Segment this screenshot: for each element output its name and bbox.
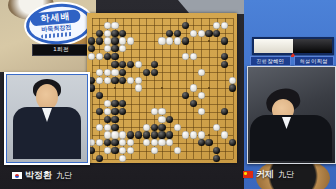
star-point	[208, 134, 210, 136]
tournament-logo: 하세배 바둑최강전	[24, 1, 93, 47]
white-stone[interactable]	[182, 53, 189, 60]
white-stone[interactable]	[166, 139, 173, 146]
right-player-name-caption: 커제 九단	[243, 168, 294, 181]
white-stone[interactable]	[213, 22, 220, 29]
white-stone[interactable]	[213, 124, 220, 131]
white-stone[interactable]	[104, 131, 111, 138]
black-stone[interactable]	[158, 124, 165, 131]
white-stone[interactable]	[127, 139, 134, 146]
black-stone[interactable]	[213, 155, 220, 162]
white-stone[interactable]	[198, 108, 205, 115]
black-stone[interactable]	[151, 124, 158, 131]
left-player-rank: 九단	[56, 170, 72, 181]
black-stone[interactable]	[166, 131, 173, 138]
black-stone[interactable]	[166, 30, 173, 37]
commentator-role-label: 해설	[300, 58, 310, 64]
black-stone[interactable]	[119, 100, 126, 107]
black-stone[interactable]	[104, 116, 111, 123]
black-stone[interactable]	[143, 69, 150, 76]
table-edge	[178, 0, 244, 14]
black-stone[interactable]	[143, 131, 150, 138]
white-stone[interactable]	[104, 77, 111, 84]
white-stone[interactable]	[135, 61, 142, 68]
black-stone[interactable]	[127, 131, 134, 138]
black-stone[interactable]	[119, 77, 126, 84]
star-point	[161, 87, 163, 89]
black-stone[interactable]	[221, 37, 228, 44]
white-stone[interactable]	[111, 69, 118, 76]
white-stone[interactable]	[198, 30, 205, 37]
black-stone[interactable]	[96, 37, 103, 44]
white-stone[interactable]	[174, 37, 181, 44]
black-stone[interactable]	[158, 131, 165, 138]
black-stone[interactable]	[119, 61, 126, 68]
black-stone[interactable]	[111, 124, 118, 131]
black-stone[interactable]	[166, 116, 173, 123]
white-stone[interactable]	[96, 69, 103, 76]
white-stone[interactable]	[104, 30, 111, 37]
black-stone[interactable]	[151, 69, 158, 76]
black-stone[interactable]	[111, 30, 118, 37]
white-stone[interactable]	[104, 108, 111, 115]
go-board[interactable]	[87, 13, 237, 163]
black-stone[interactable]	[151, 61, 158, 68]
broadcast-screen: 하세배 바둑최강전 1회전 진행장혜연 해설이희성	[0, 0, 336, 189]
black-stone[interactable]	[104, 53, 111, 60]
black-stone[interactable]	[111, 100, 118, 107]
white-stone[interactable]	[198, 131, 205, 138]
grid-line-h	[92, 96, 233, 97]
white-stone[interactable]	[104, 100, 111, 107]
black-stone[interactable]	[111, 45, 118, 52]
left-player-name: 박정환	[25, 169, 52, 182]
black-stone[interactable]	[205, 30, 212, 37]
black-stone[interactable]	[182, 22, 189, 29]
host-name: 장혜연	[268, 58, 285, 64]
white-stone[interactable]	[127, 37, 134, 44]
white-stone[interactable]	[135, 77, 142, 84]
black-stone[interactable]	[111, 77, 118, 84]
white-stone[interactable]	[104, 37, 111, 44]
white-stone[interactable]	[174, 124, 181, 131]
black-stone[interactable]	[182, 92, 189, 99]
star-point	[208, 87, 210, 89]
white-stone[interactable]	[111, 131, 118, 138]
black-stone[interactable]	[96, 108, 103, 115]
black-stone[interactable]	[111, 147, 118, 154]
white-stone[interactable]	[111, 22, 118, 29]
black-stone[interactable]	[198, 139, 205, 146]
white-stone[interactable]	[96, 124, 103, 131]
staff-captions: 진행장혜연 해설이희성	[250, 56, 334, 66]
black-stone[interactable]	[127, 61, 134, 68]
black-stone[interactable]	[96, 92, 103, 99]
black-stone[interactable]	[190, 100, 197, 107]
white-stone[interactable]	[158, 108, 165, 115]
white-stone[interactable]	[158, 37, 165, 44]
black-white-indicator-bar	[252, 37, 334, 55]
white-stone[interactable]	[198, 69, 205, 76]
black-stone[interactable]	[88, 45, 95, 52]
white-side-bar	[254, 39, 293, 53]
black-stone[interactable]	[182, 37, 189, 44]
right-player-name: 커제	[256, 168, 274, 181]
black-side-bar	[293, 39, 332, 53]
black-stone[interactable]	[96, 30, 103, 37]
black-stone[interactable]	[111, 116, 118, 123]
right-player-suit	[250, 115, 332, 161]
white-stone[interactable]	[96, 139, 103, 146]
white-stone[interactable]	[119, 45, 126, 52]
white-stone[interactable]	[158, 139, 165, 146]
white-stone[interactable]	[135, 84, 142, 91]
black-stone[interactable]	[104, 139, 111, 146]
commentator-name: 이희성	[311, 58, 328, 64]
black-stone[interactable]	[213, 30, 220, 37]
host-caption: 진행장혜연	[250, 56, 291, 66]
right-player-portrait	[248, 67, 335, 163]
black-stone[interactable]	[119, 69, 126, 76]
grid-line-h	[92, 159, 233, 160]
black-stone[interactable]	[151, 131, 158, 138]
white-stone[interactable]	[96, 53, 103, 60]
black-stone[interactable]	[205, 139, 212, 146]
white-stone[interactable]	[143, 139, 150, 146]
black-stone[interactable]	[111, 37, 118, 44]
white-stone[interactable]	[198, 92, 205, 99]
star-point	[114, 87, 116, 89]
white-stone[interactable]	[96, 77, 103, 84]
white-stone[interactable]	[190, 30, 197, 37]
white-stone[interactable]	[151, 139, 158, 146]
black-stone[interactable]	[221, 108, 228, 115]
black-stone[interactable]	[119, 30, 126, 37]
host-role-label: 진행	[257, 58, 267, 64]
black-stone[interactable]	[111, 61, 118, 68]
left-player-portrait	[6, 74, 88, 163]
black-stone[interactable]	[213, 147, 220, 154]
korea-flag-icon	[12, 172, 22, 179]
black-stone[interactable]	[96, 155, 103, 162]
black-stone[interactable]	[135, 131, 142, 138]
black-stone[interactable]	[229, 84, 236, 91]
white-stone[interactable]	[174, 147, 181, 154]
white-stone[interactable]	[104, 22, 111, 29]
black-stone[interactable]	[88, 37, 95, 44]
china-flag-icon	[243, 171, 253, 178]
black-stone[interactable]	[221, 53, 228, 60]
white-stone[interactable]	[119, 155, 126, 162]
white-stone[interactable]	[119, 37, 126, 44]
white-stone[interactable]	[151, 147, 158, 154]
white-stone[interactable]	[88, 53, 95, 60]
white-stone[interactable]	[229, 77, 236, 84]
white-stone[interactable]	[190, 131, 197, 138]
right-player-rank: 九단	[278, 169, 294, 180]
left-player-name-caption: 박정환 九단	[12, 169, 72, 182]
white-stone[interactable]	[221, 131, 228, 138]
white-stone[interactable]	[119, 139, 126, 146]
white-stone[interactable]	[166, 37, 173, 44]
left-player-photo	[4, 72, 90, 165]
white-stone[interactable]	[158, 116, 165, 123]
white-stone[interactable]	[151, 108, 158, 115]
commentator-caption: 해설이희성	[294, 56, 335, 66]
round-label: 1회전	[32, 44, 90, 56]
black-stone[interactable]	[119, 108, 126, 115]
white-stone[interactable]	[221, 22, 228, 29]
white-stone[interactable]	[182, 131, 189, 138]
black-stone[interactable]	[111, 139, 118, 146]
black-stone[interactable]	[174, 30, 181, 37]
white-stone[interactable]	[104, 147, 111, 154]
white-stone[interactable]	[119, 131, 126, 138]
white-stone[interactable]	[190, 53, 197, 60]
white-stone[interactable]	[104, 45, 111, 52]
white-stone[interactable]	[104, 124, 111, 131]
white-stone[interactable]	[104, 69, 111, 76]
black-stone[interactable]	[221, 61, 228, 68]
black-stone[interactable]	[111, 53, 118, 60]
white-stone[interactable]	[127, 77, 134, 84]
white-stone[interactable]	[119, 147, 126, 154]
white-stone[interactable]	[190, 84, 197, 91]
star-point	[208, 40, 210, 42]
white-stone[interactable]	[127, 147, 134, 154]
right-player-photo	[247, 66, 336, 164]
black-stone[interactable]	[111, 108, 118, 115]
white-stone[interactable]	[143, 124, 150, 131]
black-stone[interactable]	[229, 139, 236, 146]
grid-line-v	[217, 18, 218, 159]
